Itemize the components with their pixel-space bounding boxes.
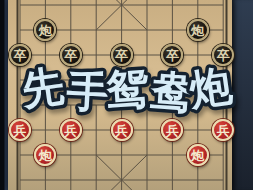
screenshot-root: 炮炮卒卒卒卒卒兵兵兵兵兵炮炮 先手鸳鸯炮: [0, 0, 253, 190]
title-overlay: 先手鸳鸯炮: [0, 0, 253, 190]
title-overlay-text: 先手鸳鸯炮: [18, 60, 236, 118]
